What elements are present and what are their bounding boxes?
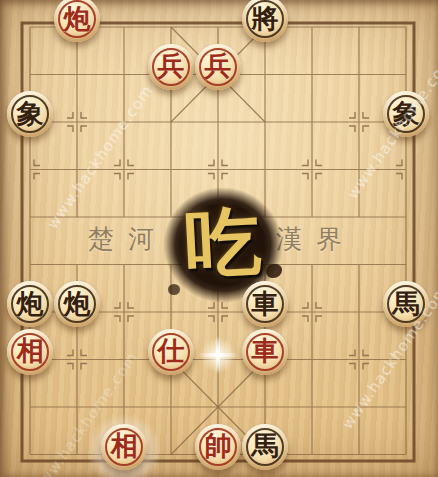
piece-character: 車: [252, 286, 279, 322]
piece-black-elephant-a2[interactable]: 象: [7, 91, 53, 137]
piece-red-general-e9[interactable]: 帥: [195, 424, 241, 470]
piece-character: 炮: [64, 286, 91, 322]
piece-black-horse-i6[interactable]: 馬: [383, 281, 429, 327]
piece-red-soldier-e1[interactable]: 兵: [195, 44, 241, 90]
piece-black-horse-f9[interactable]: 馬: [242, 424, 288, 470]
piece-red-elephant-a7[interactable]: 相: [7, 329, 53, 375]
piece-red-soldier-d1[interactable]: 兵: [148, 44, 194, 90]
piece-character: 象: [393, 96, 420, 132]
piece-character: 炮: [17, 286, 44, 322]
xiangqi-app: 楚河 漢界 吃 炮將兵兵象象炮炮車馬相仕車相帥馬 www.hackhome.co…: [0, 0, 438, 477]
piece-character: 仕: [158, 333, 185, 369]
piece-character: 象: [17, 96, 44, 132]
piece-black-elephant-i2[interactable]: 象: [383, 91, 429, 137]
piece-character: 兵: [158, 48, 185, 84]
piece-character: 馬: [252, 428, 279, 464]
piece-character: 兵: [205, 48, 232, 84]
piece-black-cannon-b6[interactable]: 炮: [54, 281, 100, 327]
piece-black-cannon-a6[interactable]: 炮: [7, 281, 53, 327]
piece-character: 帥: [205, 428, 232, 464]
piece-black-chariot-f6[interactable]: 車: [242, 281, 288, 327]
piece-red-chariot-f7[interactable]: 車: [242, 329, 288, 375]
piece-red-advisor-d7[interactable]: 仕: [148, 329, 194, 375]
river-label-right: 漢界: [276, 222, 356, 256]
piece-character: 將: [252, 1, 279, 37]
piece-character: 相: [17, 333, 44, 369]
piece-red-elephant-c9[interactable]: 相: [101, 424, 147, 470]
piece-character: 炮: [64, 1, 91, 37]
piece-character: 馬: [393, 286, 420, 322]
river-label-left: 楚河: [88, 222, 168, 256]
piece-character: 車: [252, 333, 279, 369]
piece-character: 相: [111, 428, 138, 464]
